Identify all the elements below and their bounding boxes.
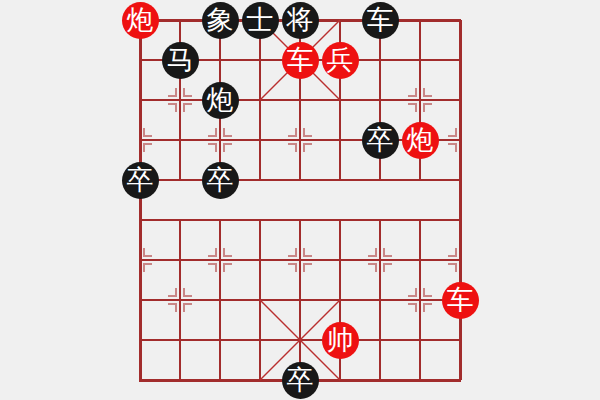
piece-black-soldier[interactable]: 卒 — [282, 362, 319, 399]
piece-red-general[interactable]: 帅 — [322, 322, 359, 359]
piece-black-soldier[interactable]: 卒 — [362, 122, 399, 159]
piece-red-cannon[interactable]: 炮 — [122, 2, 159, 39]
piece-red-cannon[interactable]: 炮 — [402, 122, 439, 159]
piece-black-cannon[interactable]: 炮 — [202, 82, 239, 119]
xiangqi-app: 炮象士将车马车兵炮卒炮卒卒车帅卒 — [0, 0, 600, 400]
piece-black-soldier[interactable]: 卒 — [122, 162, 159, 199]
piece-black-advisor[interactable]: 士 — [242, 2, 279, 39]
xiangqi-board[interactable]: 炮象士将车马车兵炮卒炮卒卒车帅卒 — [120, 0, 480, 400]
piece-black-horse[interactable]: 马 — [162, 42, 199, 79]
piece-red-chariot[interactable]: 车 — [282, 42, 319, 79]
piece-black-elephant[interactable]: 象 — [202, 2, 239, 39]
piece-red-soldier[interactable]: 兵 — [322, 42, 359, 79]
piece-black-soldier[interactable]: 卒 — [202, 162, 239, 199]
piece-red-chariot[interactable]: 车 — [442, 282, 479, 319]
piece-black-chariot[interactable]: 车 — [362, 2, 399, 39]
piece-black-general[interactable]: 将 — [282, 2, 319, 39]
